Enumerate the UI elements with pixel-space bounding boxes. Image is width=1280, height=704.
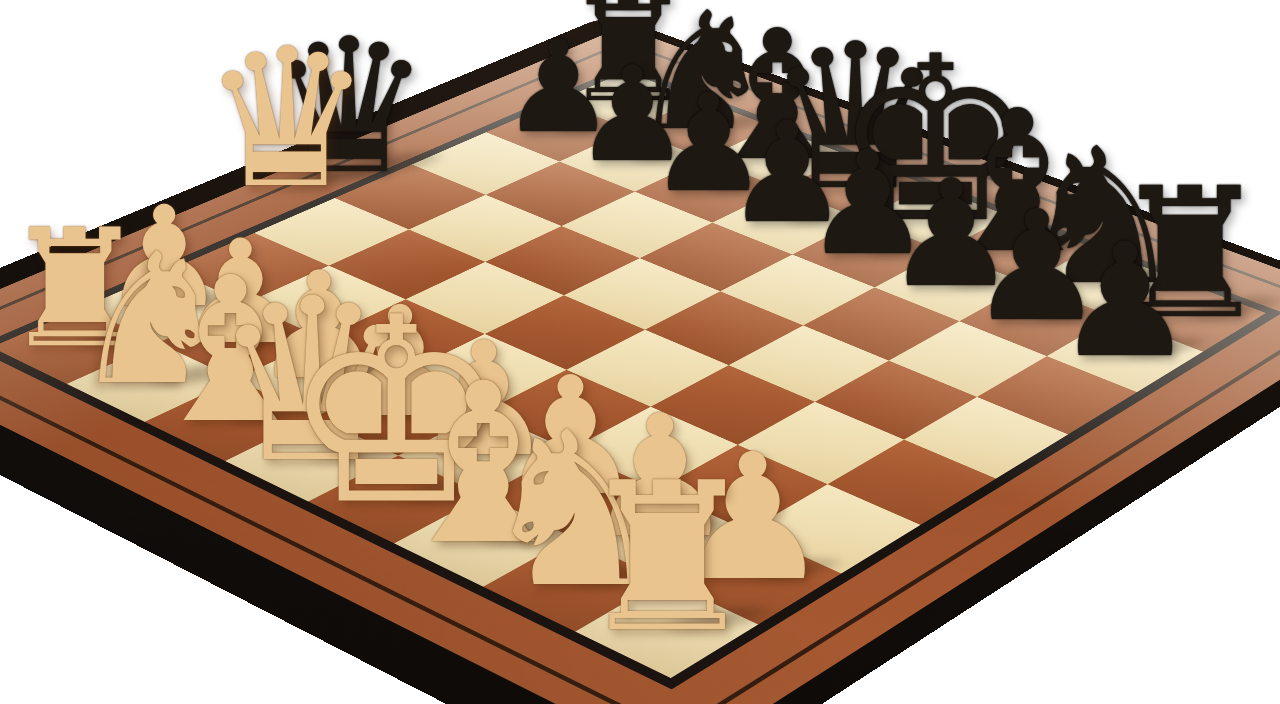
piece-black-pawn-h7: ♟ [1055,222,1196,379]
pieces-layer: ♜♞♝♛♚♝♞♜♟♟♟♟♟♟♟♟♜♞♝♛♚♝♞♜♟♟♟♟♟♟♟♟♛♛ [0,0,1280,704]
piece-white-queen-spare: ♛ [201,24,373,216]
chess-set-photo: ♜♞♝♛♚♝♞♜♟♟♟♟♟♟♟♟♜♞♝♛♚♝♞♜♟♟♟♟♟♟♟♟♛♛ [0,0,1280,704]
piece-white-rook-h1: ♜ [575,455,759,660]
